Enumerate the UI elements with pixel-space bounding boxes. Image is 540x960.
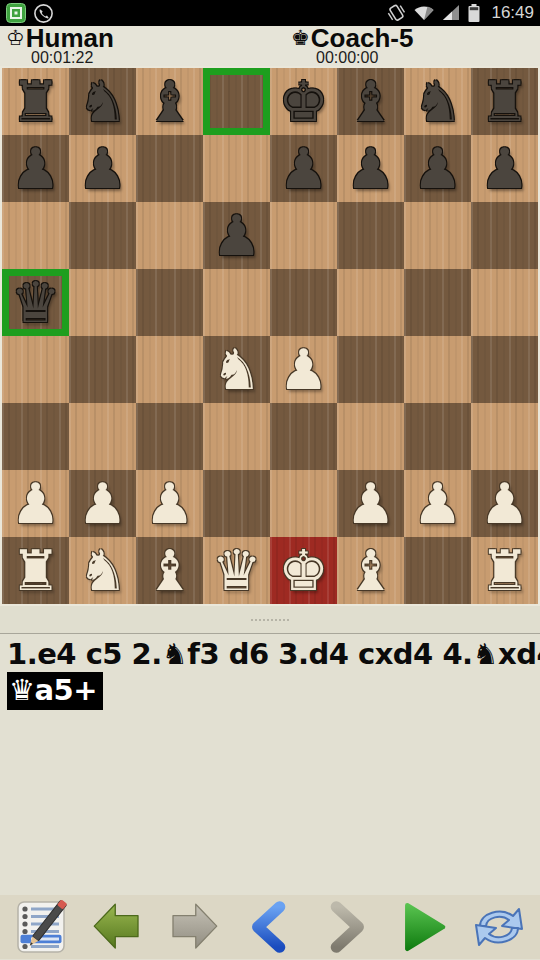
moves-text: 1.e4 c5 2.♞f3 d6 3.d4 cxd4 4.♞xd4	[7, 636, 533, 672]
square-g1[interactable]	[404, 537, 471, 604]
black-king-e8: ♚	[278, 74, 328, 130]
pane-divider[interactable]	[0, 606, 540, 634]
battery-icon	[467, 3, 481, 23]
green-left-arrow-icon	[89, 899, 145, 955]
black-pawn-g7: ♟	[412, 141, 462, 197]
gray-right-arrow-icon	[166, 899, 222, 955]
square-e2[interactable]	[270, 470, 337, 537]
square-e7[interactable]: ♟	[270, 135, 337, 202]
board-grid: ♜♞♝♚♝♞♜♟♟♟♟♟♟♟♛♞♟♟♟♟♟♟♟♜♞♝♛♚♝♜	[2, 68, 538, 604]
square-f8[interactable]: ♝	[337, 68, 404, 135]
square-f4[interactable]	[337, 336, 404, 403]
black-pawn-f7: ♟	[345, 141, 395, 197]
white-player-clock: 00:01:22	[31, 51, 285, 66]
square-h6[interactable]	[471, 202, 538, 269]
square-c2[interactable]: ♟	[136, 470, 203, 537]
refresh-icon	[471, 899, 527, 955]
black-pawn-d6: ♟	[211, 208, 261, 264]
square-b3[interactable]	[69, 403, 136, 470]
white-bishop-f1: ♝	[345, 543, 395, 599]
black-knight-b8: ♞	[77, 74, 127, 130]
square-a1[interactable]: ♜	[2, 537, 69, 604]
square-a6[interactable]	[2, 202, 69, 269]
square-a5[interactable]: ♛	[2, 269, 69, 336]
black-rook-h8: ♜	[479, 74, 529, 130]
square-h5[interactable]	[471, 269, 538, 336]
forward-move-button[interactable]	[164, 898, 224, 956]
square-c5[interactable]	[136, 269, 203, 336]
square-h1[interactable]: ♜	[471, 537, 538, 604]
square-d6[interactable]: ♟	[203, 202, 270, 269]
square-c4[interactable]	[136, 336, 203, 403]
black-bishop-f8: ♝	[345, 74, 395, 130]
square-d2[interactable]	[203, 470, 270, 537]
white-pawn-g2: ♟	[412, 476, 462, 532]
square-d1[interactable]: ♛	[203, 537, 270, 604]
black-pawn-a7: ♟	[10, 141, 60, 197]
square-e4[interactable]: ♟	[270, 336, 337, 403]
square-h7[interactable]: ♟	[471, 135, 538, 202]
app-screen: 16:49 ♔ Human 00:01:22 ♚ Coach-5 00:00:0…	[0, 0, 540, 960]
square-b1[interactable]: ♞	[69, 537, 136, 604]
square-b8[interactable]: ♞	[69, 68, 136, 135]
square-g2[interactable]: ♟	[404, 470, 471, 537]
square-b5[interactable]	[69, 269, 136, 336]
square-g4[interactable]	[404, 336, 471, 403]
white-knight-b1: ♞	[77, 543, 127, 599]
square-c1[interactable]: ♝	[136, 537, 203, 604]
square-d4[interactable]: ♞	[203, 336, 270, 403]
white-pawn-h2: ♟	[479, 476, 529, 532]
white-king-e1: ♚	[278, 543, 328, 599]
gray-chevron-right-icon	[318, 899, 374, 955]
black-rook-a8: ♜	[10, 74, 60, 130]
play-button[interactable]	[393, 898, 453, 956]
square-f2[interactable]: ♟	[337, 470, 404, 537]
square-b7[interactable]: ♟	[69, 135, 136, 202]
square-a7[interactable]: ♟	[2, 135, 69, 202]
wifi-icon	[413, 4, 435, 22]
square-h4[interactable]	[471, 336, 538, 403]
square-g7[interactable]: ♟	[404, 135, 471, 202]
game-list-button[interactable]	[11, 898, 71, 956]
square-f6[interactable]	[337, 202, 404, 269]
square-g5[interactable]	[404, 269, 471, 336]
step-back-button[interactable]	[240, 898, 300, 956]
selected-move[interactable]: ♛a5+	[7, 672, 103, 710]
square-e8[interactable]: ♚	[270, 68, 337, 135]
move-list[interactable]: 1.e4 c5 2.♞f3 d6 3.d4 cxd4 4.♞xd4 ♛a5+	[0, 634, 540, 895]
square-d7[interactable]	[203, 135, 270, 202]
square-c6[interactable]	[136, 202, 203, 269]
white-rook-a1: ♜	[10, 543, 60, 599]
square-d8[interactable]	[203, 68, 270, 135]
square-h2[interactable]: ♟	[471, 470, 538, 537]
square-f5[interactable]	[337, 269, 404, 336]
white-pawn-e4: ♟	[278, 342, 328, 398]
toolbar	[0, 895, 540, 959]
square-b4[interactable]	[69, 336, 136, 403]
square-f3[interactable]	[337, 403, 404, 470]
black-player-clock: 00:00:00	[316, 51, 540, 66]
square-g3[interactable]	[404, 403, 471, 470]
square-a3[interactable]	[2, 403, 69, 470]
status-clock: 16:49	[491, 0, 534, 26]
square-h3[interactable]	[471, 403, 538, 470]
white-pawn-c2: ♟	[144, 476, 194, 532]
chess-board: ♜♞♝♚♝♞♜♟♟♟♟♟♟♟♛♞♟♟♟♟♟♟♟♜♞♝♛♚♝♜	[0, 66, 540, 606]
black-pawn-h7: ♟	[479, 141, 529, 197]
square-d5[interactable]	[203, 269, 270, 336]
white-queen-d1: ♛	[211, 543, 261, 599]
new-game-button[interactable]	[469, 898, 529, 956]
square-b6[interactable]	[69, 202, 136, 269]
square-h8[interactable]: ♜	[471, 68, 538, 135]
square-c8[interactable]: ♝	[136, 68, 203, 135]
black-player-panel: ♚ Coach-5 00:00:00	[285, 26, 540, 66]
player-bar: ♔ Human 00:01:22 ♚ Coach-5 00:00:00	[0, 26, 540, 66]
square-d3[interactable]	[203, 403, 270, 470]
white-pawn-b2: ♟	[77, 476, 127, 532]
white-player-panel: ♔ Human 00:01:22	[0, 26, 285, 66]
square-e5[interactable]	[270, 269, 337, 336]
signal-icon	[442, 4, 460, 22]
square-c3[interactable]	[136, 403, 203, 470]
vibrate-icon	[386, 3, 406, 23]
black-knight-g8: ♞	[412, 74, 462, 130]
square-e1[interactable]: ♚	[270, 537, 337, 604]
chess-app-icon	[6, 3, 26, 23]
black-bishop-c8: ♝	[144, 74, 194, 130]
viber-icon	[33, 3, 54, 24]
drag-handle-icon[interactable]	[251, 619, 289, 621]
green-play-icon	[395, 899, 451, 955]
white-king-icon: ♔	[6, 25, 25, 52]
square-c7[interactable]	[136, 135, 203, 202]
square-a8[interactable]: ♜	[2, 68, 69, 135]
white-pawn-f2: ♟	[345, 476, 395, 532]
takeback-button[interactable]	[87, 898, 147, 956]
white-rook-h1: ♜	[479, 543, 529, 599]
square-b2[interactable]: ♟	[69, 470, 136, 537]
white-knight-d4: ♞	[211, 342, 261, 398]
white-bishop-c1: ♝	[144, 543, 194, 599]
square-f1[interactable]: ♝	[337, 537, 404, 604]
blue-chevron-left-icon	[242, 899, 298, 955]
black-pawn-b7: ♟	[77, 141, 127, 197]
black-pawn-e7: ♟	[278, 141, 328, 197]
square-f7[interactable]: ♟	[337, 135, 404, 202]
square-a2[interactable]: ♟	[2, 470, 69, 537]
step-forward-button[interactable]	[316, 898, 376, 956]
white-player-name: ♔ Human	[6, 26, 285, 51]
notepad-icon	[15, 900, 67, 954]
white-pawn-a2: ♟	[10, 476, 60, 532]
black-queen-a5: ♛	[10, 275, 60, 331]
square-a4[interactable]	[2, 336, 69, 403]
square-g8[interactable]: ♞	[404, 68, 471, 135]
square-g6[interactable]	[404, 202, 471, 269]
square-e6[interactable]	[270, 202, 337, 269]
square-e3[interactable]	[270, 403, 337, 470]
black-king-icon: ♚	[291, 25, 310, 52]
black-player-name: ♚ Coach-5	[291, 26, 540, 51]
